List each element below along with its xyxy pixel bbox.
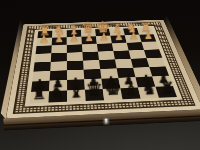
black-rook[interactable]: ♜ bbox=[31, 85, 46, 102]
metal-latch-icon bbox=[103, 117, 109, 125]
square[interactable]: ♟ bbox=[52, 37, 67, 45]
photo-scene: ♜♞♝♛♚♝♞♜♟♟♟♟♟♟♟♟♟♟♟♟♟♟♟♟♜♞♝♛♚♝♞♜ bbox=[0, 0, 200, 150]
white-pawn[interactable]: ♟ bbox=[99, 32, 109, 43]
inner-frame: ♜♞♝♛♚♝♞♜♟♟♟♟♟♟♟♟♟♟♟♟♟♟♟♟♜♞♝♛♚♝♞♜ bbox=[23, 25, 184, 107]
greek-key-border: ♜♞♝♛♚♝♞♜♟♟♟♟♟♟♟♟♟♟♟♟♟♟♟♟♜♞♝♛♚♝♞♜ bbox=[13, 22, 196, 114]
square[interactable]: ♚ bbox=[103, 88, 123, 100]
square[interactable] bbox=[67, 61, 84, 71]
square[interactable]: ♝ bbox=[120, 87, 140, 99]
square[interactable]: ♟ bbox=[139, 34, 156, 42]
board-grid: ♜♞♝♛♚♝♞♜♟♟♟♟♟♟♟♟♟♟♟♟♟♟♟♟♜♞♝♛♚♝♞♜ bbox=[30, 27, 177, 103]
white-pawn[interactable]: ♟ bbox=[54, 34, 64, 45]
black-bishop[interactable]: ♝ bbox=[68, 83, 83, 100]
square[interactable] bbox=[83, 60, 100, 70]
square[interactable] bbox=[51, 45, 67, 54]
square[interactable] bbox=[113, 50, 130, 59]
square[interactable] bbox=[35, 53, 52, 62]
white-pawn[interactable]: ♟ bbox=[84, 33, 94, 44]
square[interactable] bbox=[82, 52, 99, 61]
square[interactable]: ♞ bbox=[48, 90, 67, 102]
white-pawn[interactable]: ♟ bbox=[129, 31, 138, 42]
chess-board: ♜♞♝♛♚♝♞♜♟♟♟♟♟♟♟♟♟♟♟♟♟♟♟♟♜♞♝♛♚♝♞♜ bbox=[6, 20, 200, 119]
square[interactable] bbox=[144, 49, 162, 58]
black-knight[interactable]: ♞ bbox=[142, 80, 157, 97]
square[interactable]: ♝ bbox=[67, 90, 86, 102]
square[interactable]: ♜ bbox=[156, 86, 178, 98]
white-pawn[interactable]: ♟ bbox=[144, 31, 153, 42]
white-pawn[interactable]: ♟ bbox=[69, 33, 79, 44]
black-king[interactable]: ♚ bbox=[104, 78, 122, 98]
white-pawn[interactable]: ♟ bbox=[39, 34, 49, 45]
square[interactable]: ♜ bbox=[30, 91, 49, 103]
black-rook[interactable]: ♜ bbox=[160, 80, 175, 97]
square[interactable]: ♞ bbox=[138, 87, 159, 99]
square[interactable]: ♛ bbox=[85, 89, 104, 101]
white-pawn[interactable]: ♟ bbox=[114, 32, 124, 43]
black-knight[interactable]: ♞ bbox=[50, 84, 65, 101]
black-bishop[interactable]: ♝ bbox=[124, 81, 139, 98]
black-queen[interactable]: ♛ bbox=[85, 79, 103, 99]
square[interactable] bbox=[115, 59, 133, 69]
square[interactable] bbox=[67, 52, 83, 61]
square[interactable] bbox=[98, 51, 115, 60]
square[interactable] bbox=[51, 53, 67, 62]
box-seam bbox=[4, 115, 200, 126]
